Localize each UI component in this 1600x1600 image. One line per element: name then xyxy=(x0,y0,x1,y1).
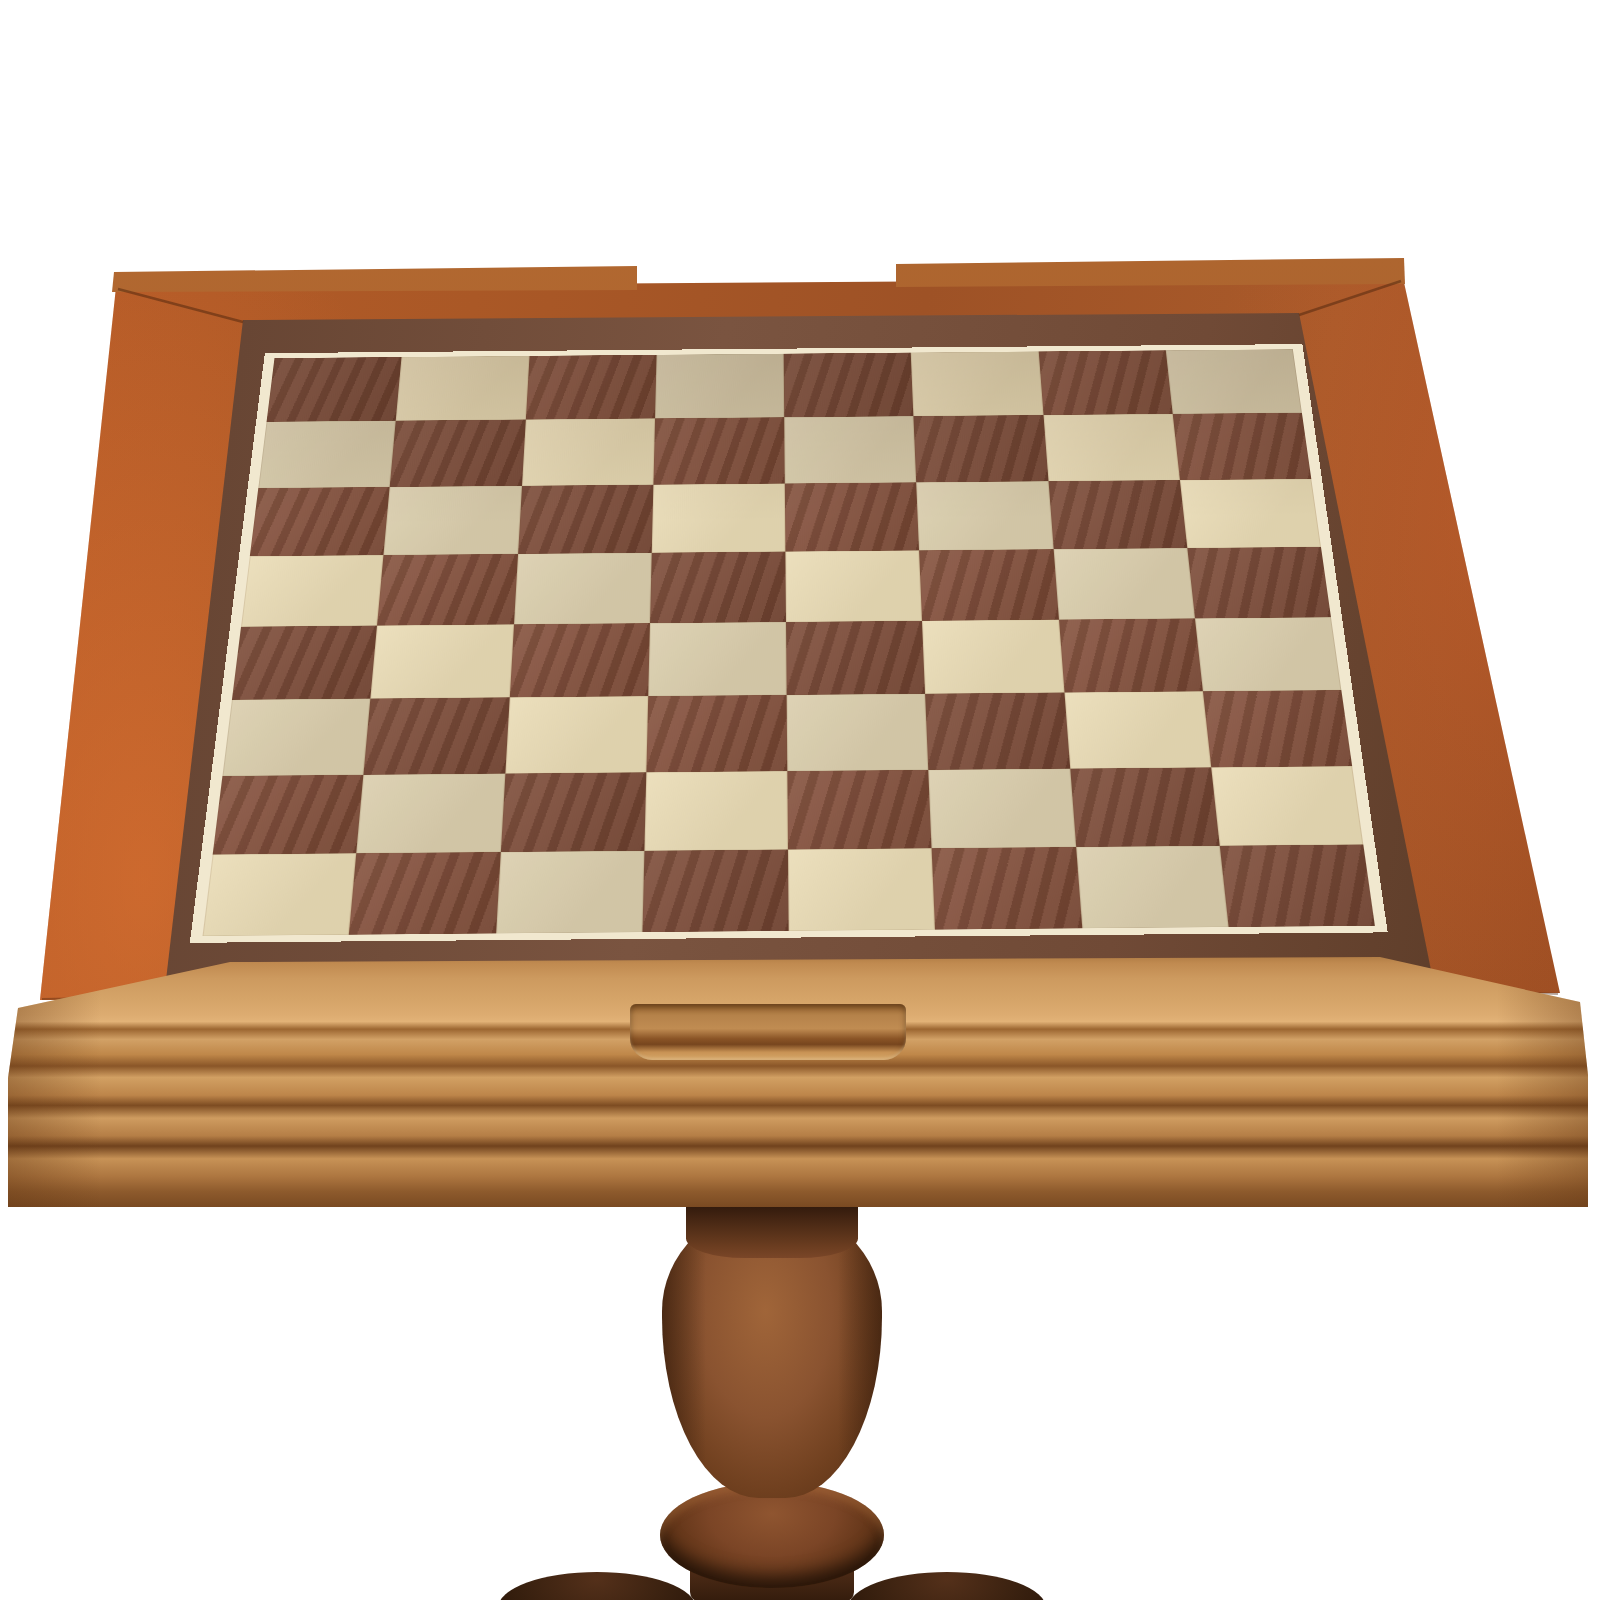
square-a2[interactable] xyxy=(213,775,364,855)
square-c6[interactable] xyxy=(518,484,654,553)
square-g1[interactable] xyxy=(1076,846,1229,929)
square-e2[interactable] xyxy=(787,770,932,850)
square-b6[interactable] xyxy=(384,486,522,555)
drawer-pull-notch xyxy=(630,1004,906,1060)
square-a5[interactable] xyxy=(241,555,384,627)
square-e3[interactable] xyxy=(787,694,929,771)
square-a6[interactable] xyxy=(250,487,390,556)
square-b7[interactable] xyxy=(390,420,525,487)
square-b4[interactable] xyxy=(371,624,514,698)
square-c4[interactable] xyxy=(509,623,649,697)
square-b3[interactable] xyxy=(364,697,510,774)
square-f3[interactable] xyxy=(925,693,1069,770)
square-d4[interactable] xyxy=(648,622,787,696)
square-f5[interactable] xyxy=(919,549,1058,621)
square-e1[interactable] xyxy=(788,848,935,931)
square-c2[interactable] xyxy=(500,772,646,852)
square-g2[interactable] xyxy=(1070,767,1220,847)
square-a4[interactable] xyxy=(232,626,377,700)
square-d5[interactable] xyxy=(650,551,786,623)
square-g8[interactable] xyxy=(1038,350,1172,415)
square-h7[interactable] xyxy=(1172,413,1311,480)
square-d7[interactable] xyxy=(653,417,785,484)
square-c8[interactable] xyxy=(525,355,656,420)
chessboard-grid xyxy=(203,349,1375,936)
square-b8[interactable] xyxy=(396,356,529,421)
square-h4[interactable] xyxy=(1195,617,1342,691)
square-b5[interactable] xyxy=(377,554,517,626)
product-photo-canvas xyxy=(0,0,1600,1600)
square-c7[interactable] xyxy=(522,419,655,486)
square-a3[interactable] xyxy=(222,699,370,776)
square-b2[interactable] xyxy=(357,773,505,853)
square-g4[interactable] xyxy=(1058,618,1202,692)
square-f1[interactable] xyxy=(932,847,1082,930)
square-e6[interactable] xyxy=(785,482,919,551)
square-h3[interactable] xyxy=(1203,690,1352,767)
square-a8[interactable] xyxy=(267,357,402,422)
square-h5[interactable] xyxy=(1187,547,1331,619)
square-d1[interactable] xyxy=(642,849,789,932)
square-d3[interactable] xyxy=(646,695,787,772)
square-b1[interactable] xyxy=(349,852,500,935)
pedestal-leg-left xyxy=(498,1572,696,1600)
square-g5[interactable] xyxy=(1053,548,1195,620)
square-d8[interactable] xyxy=(655,354,784,419)
square-f6[interactable] xyxy=(916,481,1053,550)
square-h8[interactable] xyxy=(1166,349,1302,414)
pedestal-neck-top xyxy=(686,1200,858,1258)
square-h2[interactable] xyxy=(1211,766,1363,846)
square-f2[interactable] xyxy=(929,768,1076,848)
square-e5[interactable] xyxy=(785,550,922,622)
square-d6[interactable] xyxy=(651,483,785,552)
square-e7[interactable] xyxy=(784,416,916,483)
square-c5[interactable] xyxy=(514,553,652,625)
square-g3[interactable] xyxy=(1064,691,1211,768)
square-e8[interactable] xyxy=(784,353,914,418)
square-a7[interactable] xyxy=(258,421,396,488)
square-g7[interactable] xyxy=(1043,414,1180,481)
square-a1[interactable] xyxy=(203,853,357,936)
square-c3[interactable] xyxy=(505,696,648,773)
chessboard xyxy=(190,344,1388,943)
square-h6[interactable] xyxy=(1180,479,1321,548)
square-h1[interactable] xyxy=(1219,844,1374,927)
square-f8[interactable] xyxy=(911,351,1043,416)
square-g6[interactable] xyxy=(1048,480,1187,549)
pedestal-leg-right xyxy=(848,1572,1046,1600)
square-f4[interactable] xyxy=(922,620,1064,694)
square-d2[interactable] xyxy=(644,771,788,851)
square-f7[interactable] xyxy=(914,415,1048,482)
square-e4[interactable] xyxy=(786,621,925,695)
table-apron-molding xyxy=(6,953,1592,1207)
square-c1[interactable] xyxy=(496,851,645,934)
